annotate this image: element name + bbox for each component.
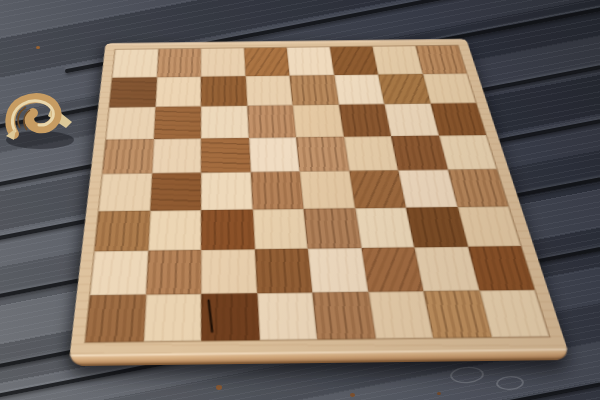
square-a8[interactable]: [112, 49, 158, 77]
square-f2[interactable]: [361, 247, 423, 291]
square-b5[interactable]: [152, 138, 201, 173]
square-e8[interactable]: [287, 47, 334, 75]
square-h2[interactable]: [468, 246, 535, 290]
square-e3[interactable]: [303, 208, 361, 249]
square-h7[interactable]: [422, 73, 476, 103]
square-f8[interactable]: [329, 46, 378, 74]
square-b1[interactable]: [143, 294, 201, 342]
square-f3[interactable]: [355, 207, 415, 248]
square-e1[interactable]: [312, 291, 375, 339]
square-c2[interactable]: [201, 249, 257, 293]
square-f1[interactable]: [368, 291, 433, 339]
square-a5[interactable]: [102, 139, 153, 174]
square-b4[interactable]: [150, 173, 201, 211]
square-c8[interactable]: [201, 48, 245, 76]
board-frame: [70, 39, 567, 355]
square-d6[interactable]: [247, 105, 296, 138]
square-h6[interactable]: [430, 103, 486, 135]
square-b8[interactable]: [157, 48, 201, 76]
square-e7[interactable]: [289, 75, 338, 105]
square-h3[interactable]: [457, 206, 521, 247]
square-d3[interactable]: [252, 209, 307, 250]
square-e4[interactable]: [300, 171, 355, 209]
square-b6[interactable]: [153, 106, 201, 139]
square-d8[interactable]: [244, 47, 290, 75]
square-f4[interactable]: [349, 170, 406, 208]
square-d1[interactable]: [257, 292, 318, 340]
square-c3[interactable]: [201, 209, 254, 250]
square-b7[interactable]: [155, 76, 201, 106]
deck-background: [0, 0, 600, 400]
square-c7[interactable]: [201, 76, 247, 106]
square-c1[interactable]: [201, 293, 259, 341]
square-g7[interactable]: [378, 74, 430, 104]
square-e5[interactable]: [296, 137, 349, 172]
square-d5[interactable]: [248, 137, 299, 172]
square-e2[interactable]: [308, 248, 368, 292]
square-g8[interactable]: [372, 46, 422, 74]
deck-debris: [350, 393, 355, 397]
square-a2[interactable]: [90, 251, 148, 295]
board-grid: [85, 45, 549, 342]
square-h5[interactable]: [438, 135, 496, 170]
square-f6[interactable]: [338, 104, 391, 137]
square-a4[interactable]: [99, 173, 152, 211]
deck-debris: [437, 392, 441, 395]
square-h4[interactable]: [447, 169, 508, 207]
board-top-surface: [68, 39, 570, 366]
wood-shaving: [0, 84, 84, 156]
square-d4[interactable]: [250, 172, 303, 210]
square-h8[interactable]: [415, 45, 467, 73]
square-a6[interactable]: [106, 107, 155, 140]
square-a3[interactable]: [95, 210, 150, 251]
square-e6[interactable]: [293, 105, 344, 138]
deck-debris: [36, 46, 40, 49]
square-a7[interactable]: [109, 77, 156, 107]
square-c4[interactable]: [201, 172, 252, 210]
square-d7[interactable]: [245, 75, 292, 105]
square-c5[interactable]: [201, 138, 250, 173]
square-f5[interactable]: [343, 136, 398, 171]
knot-crack: [207, 300, 213, 333]
chess-board: [67, 0, 532, 393]
square-h1[interactable]: [479, 289, 549, 337]
square-g6[interactable]: [384, 103, 438, 136]
square-c6[interactable]: [201, 106, 249, 139]
square-b2[interactable]: [146, 250, 202, 294]
square-b3[interactable]: [148, 210, 201, 251]
square-a1[interactable]: [85, 294, 145, 342]
square-d2[interactable]: [254, 249, 312, 293]
square-f7[interactable]: [334, 74, 385, 104]
